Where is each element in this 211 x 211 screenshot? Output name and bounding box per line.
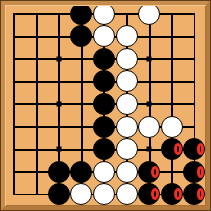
white-stone: ○ xyxy=(116,161,138,183)
black-stone-glyph: ● xyxy=(98,120,110,134)
marked-black-stone: ● xyxy=(183,183,205,205)
white-stone-glyph: ○ xyxy=(120,165,132,179)
black-stone: ● xyxy=(93,93,115,115)
marked-black-stone: ● xyxy=(138,161,160,183)
marked-black-stone: ● xyxy=(183,161,205,183)
white-stone: ○ xyxy=(116,116,138,138)
white-stone-glyph: ○ xyxy=(120,52,132,66)
black-stone-glyph: ● xyxy=(139,187,151,201)
hoshi-dot xyxy=(147,101,152,106)
black-stone: ● xyxy=(48,183,70,205)
white-stone: ○ xyxy=(116,138,138,160)
white-stone-glyph: ○ xyxy=(120,97,132,111)
go-board-stage: ●○○●○○●○●○●○●○○○●○●●●●○○●●●○○○●●● xyxy=(0,0,211,211)
white-stone-glyph: ○ xyxy=(120,187,132,201)
white-stone-glyph: ○ xyxy=(120,142,132,156)
white-stone-glyph: ○ xyxy=(75,187,87,201)
white-stone: ○ xyxy=(93,3,115,25)
white-stone-glyph: ○ xyxy=(98,7,110,21)
white-stone: ○ xyxy=(161,116,183,138)
circle-mark xyxy=(174,143,182,155)
white-stone: ○ xyxy=(116,70,138,92)
white-stone: ○ xyxy=(138,116,160,138)
marked-black-stone: ● xyxy=(138,183,160,205)
white-stone-glyph: ○ xyxy=(98,29,110,43)
black-stone-glyph: ● xyxy=(75,165,87,179)
black-stone-glyph: ● xyxy=(98,52,110,66)
black-stone-glyph: ● xyxy=(162,187,174,201)
hoshi-dot xyxy=(56,147,61,152)
hoshi-dot xyxy=(147,147,152,152)
black-stone: ● xyxy=(70,161,92,183)
go-board[interactable]: ●○○●○○●○●○●○●○○○●○●●●●○○●●●○○○●●● xyxy=(0,0,211,211)
white-stone: ○ xyxy=(93,25,115,47)
white-stone: ○ xyxy=(116,48,138,70)
black-stone: ● xyxy=(93,116,115,138)
black-stone: ● xyxy=(93,138,115,160)
black-stone: ● xyxy=(93,70,115,92)
black-stone-glyph: ● xyxy=(75,29,87,43)
black-stone-glyph: ● xyxy=(53,187,65,201)
black-stone-glyph: ● xyxy=(184,165,196,179)
black-stone-glyph: ● xyxy=(98,74,110,88)
black-stone: ● xyxy=(70,25,92,47)
white-stone-glyph: ○ xyxy=(143,7,155,21)
marked-black-stone: ● xyxy=(183,138,205,160)
circle-mark xyxy=(151,166,159,178)
black-stone-glyph: ● xyxy=(75,7,87,21)
white-stone: ○ xyxy=(93,183,115,205)
black-stone-glyph: ● xyxy=(162,142,174,156)
white-stone-glyph: ○ xyxy=(98,187,110,201)
black-stone: ● xyxy=(93,48,115,70)
hoshi-dot xyxy=(147,56,152,61)
black-stone-glyph: ● xyxy=(53,165,65,179)
white-stone-glyph: ○ xyxy=(166,120,178,134)
black-stone-glyph: ● xyxy=(184,187,196,201)
white-stone: ○ xyxy=(93,161,115,183)
black-stone: ● xyxy=(70,3,92,25)
black-stone-glyph: ● xyxy=(98,97,110,111)
white-stone: ○ xyxy=(70,183,92,205)
white-stone: ○ xyxy=(138,3,160,25)
circle-mark xyxy=(197,188,205,200)
white-stone-glyph: ○ xyxy=(120,29,132,43)
black-stone-glyph: ● xyxy=(98,142,110,156)
white-stone-glyph: ○ xyxy=(143,120,155,134)
marked-black-stone: ● xyxy=(161,138,183,160)
circle-mark xyxy=(151,188,159,200)
black-stone: ● xyxy=(48,161,70,183)
hoshi-dot xyxy=(56,56,61,61)
black-stone-glyph: ● xyxy=(184,142,196,156)
circle-mark xyxy=(197,166,205,178)
white-stone-glyph: ○ xyxy=(120,74,132,88)
white-stone-glyph: ○ xyxy=(120,120,132,134)
white-stone: ○ xyxy=(116,183,138,205)
hoshi-dot xyxy=(56,101,61,106)
black-stone-glyph: ● xyxy=(139,165,151,179)
white-stone: ○ xyxy=(116,25,138,47)
marked-black-stone: ● xyxy=(161,183,183,205)
circle-mark xyxy=(174,188,182,200)
circle-mark xyxy=(197,143,205,155)
white-stone-glyph: ○ xyxy=(98,165,110,179)
white-stone: ○ xyxy=(116,93,138,115)
